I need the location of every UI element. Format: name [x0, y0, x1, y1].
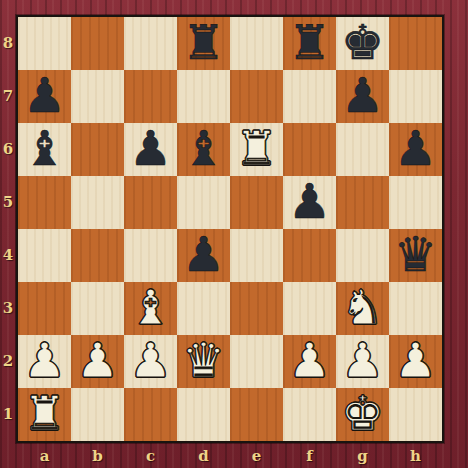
piece-white-pawn[interactable]: ♟: [389, 335, 442, 388]
board-frame: ♜♜♚♟♟♝♟♝♜♟♟♟♛♝♞♟♟♟♛♟♟♟♜♚ 87654321 abcdef…: [0, 0, 468, 468]
rank-label-3: 3: [0, 282, 16, 335]
piece-white-pawn[interactable]: ♟: [71, 335, 124, 388]
square-g1[interactable]: ♚: [336, 388, 389, 441]
file-label-d: d: [177, 445, 230, 467]
piece-white-rook[interactable]: ♜: [230, 123, 283, 176]
square-b7[interactable]: [71, 70, 124, 123]
file-label-h: h: [389, 445, 442, 467]
piece-black-queen[interactable]: ♛: [389, 229, 442, 282]
square-a5[interactable]: [18, 176, 71, 229]
square-g2[interactable]: ♟: [336, 335, 389, 388]
square-h7[interactable]: [389, 70, 442, 123]
square-e5[interactable]: [230, 176, 283, 229]
piece-white-pawn[interactable]: ♟: [283, 335, 336, 388]
square-d3[interactable]: [177, 282, 230, 335]
square-e6[interactable]: ♜: [230, 123, 283, 176]
rank-label-5: 5: [0, 176, 16, 229]
rank-label-6: 6: [0, 123, 16, 176]
piece-black-pawn[interactable]: ♟: [18, 70, 71, 123]
file-label-b: b: [71, 445, 124, 467]
square-c2[interactable]: ♟: [124, 335, 177, 388]
square-e2[interactable]: [230, 335, 283, 388]
square-h8[interactable]: [389, 17, 442, 70]
piece-black-pawn[interactable]: ♟: [124, 123, 177, 176]
square-h3[interactable]: [389, 282, 442, 335]
square-b1[interactable]: [71, 388, 124, 441]
square-d8[interactable]: ♜: [177, 17, 230, 70]
square-d7[interactable]: [177, 70, 230, 123]
square-a6[interactable]: ♝: [18, 123, 71, 176]
rank-label-8: 8: [0, 17, 16, 70]
file-label-g: g: [336, 445, 389, 467]
piece-black-rook[interactable]: ♜: [283, 17, 336, 70]
square-a4[interactable]: [18, 229, 71, 282]
board-grid: ♜♜♚♟♟♝♟♝♜♟♟♟♛♝♞♟♟♟♛♟♟♟♜♚: [18, 17, 442, 441]
square-e7[interactable]: [230, 70, 283, 123]
file-label-e: e: [230, 445, 283, 467]
file-label-f: f: [283, 445, 336, 467]
square-b4[interactable]: [71, 229, 124, 282]
square-f8[interactable]: ♜: [283, 17, 336, 70]
square-f7[interactable]: [283, 70, 336, 123]
square-b6[interactable]: [71, 123, 124, 176]
piece-white-pawn[interactable]: ♟: [18, 335, 71, 388]
piece-white-bishop[interactable]: ♝: [124, 282, 177, 335]
square-h2[interactable]: ♟: [389, 335, 442, 388]
piece-white-king[interactable]: ♚: [336, 388, 389, 441]
square-g6[interactable]: [336, 123, 389, 176]
piece-black-pawn[interactable]: ♟: [177, 229, 230, 282]
square-e1[interactable]: [230, 388, 283, 441]
square-f2[interactable]: ♟: [283, 335, 336, 388]
square-g7[interactable]: ♟: [336, 70, 389, 123]
square-c4[interactable]: [124, 229, 177, 282]
square-d2[interactable]: ♛: [177, 335, 230, 388]
square-h5[interactable]: [389, 176, 442, 229]
square-f4[interactable]: [283, 229, 336, 282]
square-f5[interactable]: ♟: [283, 176, 336, 229]
square-e8[interactable]: [230, 17, 283, 70]
square-c3[interactable]: ♝: [124, 282, 177, 335]
square-d4[interactable]: ♟: [177, 229, 230, 282]
square-g3[interactable]: ♞: [336, 282, 389, 335]
piece-white-pawn[interactable]: ♟: [124, 335, 177, 388]
rank-label-7: 7: [0, 70, 16, 123]
square-f1[interactable]: [283, 388, 336, 441]
piece-black-bishop[interactable]: ♝: [177, 123, 230, 176]
rank-label-1: 1: [0, 388, 16, 441]
piece-black-king[interactable]: ♚: [336, 17, 389, 70]
square-b8[interactable]: [71, 17, 124, 70]
square-a7[interactable]: ♟: [18, 70, 71, 123]
piece-white-queen[interactable]: ♛: [177, 335, 230, 388]
square-c8[interactable]: [124, 17, 177, 70]
piece-white-knight[interactable]: ♞: [336, 282, 389, 335]
square-f3[interactable]: [283, 282, 336, 335]
square-g5[interactable]: [336, 176, 389, 229]
square-c1[interactable]: [124, 388, 177, 441]
piece-black-bishop[interactable]: ♝: [18, 123, 71, 176]
file-label-c: c: [124, 445, 177, 467]
square-a8[interactable]: [18, 17, 71, 70]
square-b5[interactable]: [71, 176, 124, 229]
square-d6[interactable]: ♝: [177, 123, 230, 176]
piece-black-pawn[interactable]: ♟: [336, 70, 389, 123]
square-b3[interactable]: [71, 282, 124, 335]
square-h1[interactable]: [389, 388, 442, 441]
square-c5[interactable]: [124, 176, 177, 229]
piece-black-rook[interactable]: ♜: [177, 17, 230, 70]
square-g8[interactable]: ♚: [336, 17, 389, 70]
square-a3[interactable]: [18, 282, 71, 335]
square-b2[interactable]: ♟: [71, 335, 124, 388]
piece-black-pawn[interactable]: ♟: [389, 123, 442, 176]
square-g4[interactable]: [336, 229, 389, 282]
piece-black-pawn[interactable]: ♟: [283, 176, 336, 229]
square-c7[interactable]: [124, 70, 177, 123]
square-d1[interactable]: [177, 388, 230, 441]
square-f6[interactable]: [283, 123, 336, 176]
piece-white-pawn[interactable]: ♟: [336, 335, 389, 388]
square-a2[interactable]: ♟: [18, 335, 71, 388]
square-h6[interactable]: ♟: [389, 123, 442, 176]
square-e3[interactable]: [230, 282, 283, 335]
piece-white-rook[interactable]: ♜: [18, 388, 71, 441]
rank-label-4: 4: [0, 229, 16, 282]
square-d5[interactable]: [177, 176, 230, 229]
square-c6[interactable]: ♟: [124, 123, 177, 176]
rank-label-2: 2: [0, 335, 16, 388]
file-label-a: a: [18, 445, 71, 467]
square-a1[interactable]: ♜: [18, 388, 71, 441]
chess-board: ♜♜♚♟♟♝♟♝♜♟♟♟♛♝♞♟♟♟♛♟♟♟♜♚: [16, 15, 444, 443]
square-h4[interactable]: ♛: [389, 229, 442, 282]
square-e4[interactable]: [230, 229, 283, 282]
